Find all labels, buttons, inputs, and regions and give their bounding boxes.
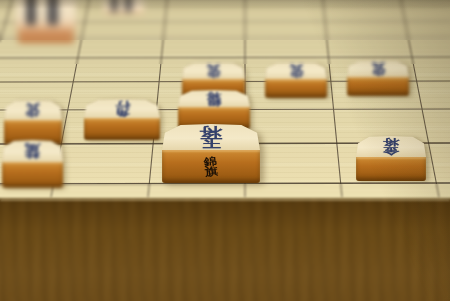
- piece-king[interactable]: 玉 将 錦 旗: [162, 124, 260, 183]
- piece-front-face: [347, 77, 409, 96]
- shogi-photo: 歩 兵 歩 兵 歩 兵 歩 兵 角 行 銀 将: [0, 0, 450, 301]
- piece-face: [16, 0, 76, 29]
- piece-top-face: 歩 兵: [4, 100, 62, 120]
- piece-knight[interactable]: 桂 馬: [2, 140, 63, 188]
- piece-front-face: [2, 162, 63, 188]
- board-edge-highlight: [0, 198, 450, 201]
- piece-top-face: 歩 兵: [182, 62, 245, 79]
- piece-front-face: 錦 旗: [162, 150, 260, 183]
- piece-bishop[interactable]: 角 行: [84, 99, 160, 140]
- piece-top-face: 金 将: [356, 136, 426, 157]
- piece-top-face: 歩 兵: [347, 60, 409, 77]
- pawn-kanji: 歩 兵: [26, 103, 41, 118]
- silver-kanji: 銀 将: [207, 91, 222, 106]
- bishop-kanji: 角 行: [114, 101, 130, 117]
- piece-top-face: 玉 将: [162, 124, 260, 150]
- knight-kanji: 桂 馬: [25, 143, 41, 159]
- illegible-kanji-ink: [23, 0, 69, 25]
- out-of-focus-piece-1[interactable]: [16, 0, 76, 44]
- illegible-kanji-ink: [109, 0, 139, 12]
- king-kanji: 玉 将: [200, 126, 222, 148]
- piece-pawn-right[interactable]: 歩 兵: [347, 60, 409, 96]
- pawn-kanji: 歩 兵: [207, 64, 221, 78]
- out-of-focus-piece-2[interactable]: [104, 0, 144, 14]
- board-front-edge: [0, 198, 450, 301]
- piece-pawn-edge[interactable]: 歩 兵: [4, 100, 62, 145]
- piece-top-face: 桂 馬: [2, 140, 63, 162]
- piece-pawn-middle[interactable]: 歩 兵: [265, 62, 327, 98]
- maker-signature: 錦 旗: [203, 156, 218, 178]
- wood-grain-texture: [0, 198, 450, 301]
- piece-face: [104, 0, 144, 14]
- piece-top-face: 銀 将: [178, 90, 250, 107]
- piece-top-face: 角 行: [84, 99, 160, 118]
- pawn-kanji: 歩 兵: [289, 64, 303, 78]
- piece-front-edge: [18, 29, 73, 43]
- piece-front-face: [265, 79, 327, 98]
- piece-gold[interactable]: 金 将: [356, 136, 426, 181]
- piece-top-face: 歩 兵: [265, 62, 327, 79]
- pawn-kanji: 歩 兵: [371, 62, 385, 76]
- piece-front-face: [84, 118, 160, 140]
- gold-kanji: 金 将: [383, 138, 400, 155]
- piece-front-face: [356, 157, 426, 181]
